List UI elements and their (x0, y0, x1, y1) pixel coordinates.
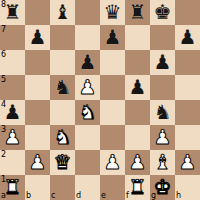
square-f6[interactable] (125, 50, 150, 75)
piece-white-knight[interactable]: ♞ (75, 100, 100, 125)
file-label-g: g (151, 191, 156, 200)
square-d6[interactable]: ♟ (75, 50, 100, 75)
piece-white-pawn[interactable]: ♟ (150, 125, 175, 150)
piece-white-knight[interactable]: ♞ (50, 125, 75, 150)
square-g7[interactable] (150, 25, 175, 50)
file-label-d: d (76, 191, 81, 200)
square-g3[interactable]: ♟ (150, 125, 175, 150)
file-label-b: b (26, 191, 31, 200)
square-e2[interactable]: ♟ (100, 150, 125, 175)
piece-white-bishop[interactable]: ♝ (150, 150, 175, 175)
square-d8[interactable] (75, 0, 100, 25)
piece-black-king[interactable]: ♚ (150, 0, 175, 25)
square-f2[interactable]: ♟ (125, 150, 150, 175)
piece-black-queen[interactable]: ♛ (100, 0, 125, 25)
piece-black-bishop[interactable]: ♝ (50, 0, 75, 25)
square-c8[interactable]: ♝ (50, 0, 75, 25)
square-a4[interactable]: 4♟ (0, 100, 25, 125)
square-f7[interactable] (125, 25, 150, 50)
square-d3[interactable] (75, 125, 100, 150)
piece-black-pawn[interactable]: ♟ (25, 25, 50, 50)
square-e8[interactable]: ♛ (100, 0, 125, 25)
square-h1[interactable]: h (175, 175, 200, 200)
piece-black-rook[interactable]: ♜ (125, 0, 150, 25)
square-f4[interactable] (125, 100, 150, 125)
rank-label-2: 2 (1, 150, 6, 159)
square-c5[interactable]: ♞ (50, 75, 75, 100)
square-a6[interactable]: 6 (0, 50, 25, 75)
chess-app: 8♜♝♛♜♚7♟♟♟6♟♟5♞♟♟4♟♞♞3♟♞♟2♟♛♟♟♝♟1a♜bcdef… (0, 0, 200, 200)
square-b5[interactable] (25, 75, 50, 100)
square-c6[interactable] (50, 50, 75, 75)
square-d1[interactable]: d (75, 175, 100, 200)
file-label-e: e (101, 191, 106, 200)
square-a2[interactable]: 2 (0, 150, 25, 175)
file-label-c: c (51, 191, 55, 200)
square-d2[interactable] (75, 150, 100, 175)
square-a5[interactable]: 5 (0, 75, 25, 100)
square-c1[interactable]: c (50, 175, 75, 200)
square-h7[interactable]: ♟ (175, 25, 200, 50)
square-h3[interactable] (175, 125, 200, 150)
square-f1[interactable]: f♜ (125, 175, 150, 200)
rank-label-4: 4 (1, 100, 6, 109)
file-label-a: a (1, 191, 6, 200)
square-c2[interactable]: ♛ (50, 150, 75, 175)
square-g2[interactable]: ♝ (150, 150, 175, 175)
square-b4[interactable] (25, 100, 50, 125)
square-b7[interactable]: ♟ (25, 25, 50, 50)
piece-black-pawn[interactable]: ♟ (100, 25, 125, 50)
square-b6[interactable] (25, 50, 50, 75)
square-g6[interactable]: ♟ (150, 50, 175, 75)
piece-white-pawn[interactable]: ♟ (175, 150, 200, 175)
rank-label-5: 5 (1, 75, 6, 84)
square-e1[interactable]: e (100, 175, 125, 200)
square-c3[interactable]: ♞ (50, 125, 75, 150)
piece-white-pawn[interactable]: ♟ (75, 75, 100, 100)
square-h5[interactable] (175, 75, 200, 100)
file-label-h: h (176, 191, 181, 200)
square-e5[interactable] (100, 75, 125, 100)
chess-board: 8♜♝♛♜♚7♟♟♟6♟♟5♞♟♟4♟♞♞3♟♞♟2♟♛♟♟♝♟1a♜bcdef… (0, 0, 200, 200)
square-h6[interactable] (175, 50, 200, 75)
square-a8[interactable]: 8♜ (0, 0, 25, 25)
square-a3[interactable]: 3♟ (0, 125, 25, 150)
rank-label-6: 6 (1, 50, 6, 59)
piece-black-knight[interactable]: ♞ (150, 100, 175, 125)
square-g1[interactable]: g♚ (150, 175, 175, 200)
square-c4[interactable] (50, 100, 75, 125)
piece-white-queen[interactable]: ♛ (50, 150, 75, 175)
rank-label-3: 3 (1, 125, 6, 134)
square-b2[interactable]: ♟ (25, 150, 50, 175)
square-e4[interactable] (100, 100, 125, 125)
square-d7[interactable] (75, 25, 100, 50)
piece-black-knight[interactable]: ♞ (50, 75, 75, 100)
rank-label-8: 8 (1, 0, 6, 9)
square-b3[interactable] (25, 125, 50, 150)
file-label-f: f (126, 191, 129, 200)
piece-black-pawn[interactable]: ♟ (75, 50, 100, 75)
piece-black-pawn[interactable]: ♟ (150, 50, 175, 75)
square-g4[interactable]: ♞ (150, 100, 175, 125)
square-g8[interactable]: ♚ (150, 0, 175, 25)
square-d5[interactable]: ♟ (75, 75, 100, 100)
square-a7[interactable]: 7 (0, 25, 25, 50)
piece-white-pawn[interactable]: ♟ (125, 150, 150, 175)
square-g5[interactable] (150, 75, 175, 100)
square-f5[interactable]: ♟ (125, 75, 150, 100)
square-e7[interactable]: ♟ (100, 25, 125, 50)
square-a1[interactable]: 1a♜ (0, 175, 25, 200)
piece-white-pawn[interactable]: ♟ (100, 150, 125, 175)
square-f3[interactable] (125, 125, 150, 150)
square-h8[interactable] (175, 0, 200, 25)
square-e6[interactable] (100, 50, 125, 75)
piece-white-pawn[interactable]: ♟ (25, 150, 50, 175)
square-d4[interactable]: ♞ (75, 100, 100, 125)
square-c7[interactable] (50, 25, 75, 50)
square-b1[interactable]: b (25, 175, 50, 200)
rank-label-7: 7 (1, 25, 6, 34)
square-h2[interactable]: ♟ (175, 150, 200, 175)
square-b8[interactable] (25, 0, 50, 25)
piece-black-pawn[interactable]: ♟ (125, 75, 150, 100)
square-f8[interactable]: ♜ (125, 0, 150, 25)
square-h4[interactable] (175, 100, 200, 125)
square-e3[interactable] (100, 125, 125, 150)
rank-label-1: 1 (1, 175, 6, 184)
piece-black-pawn[interactable]: ♟ (175, 25, 200, 50)
